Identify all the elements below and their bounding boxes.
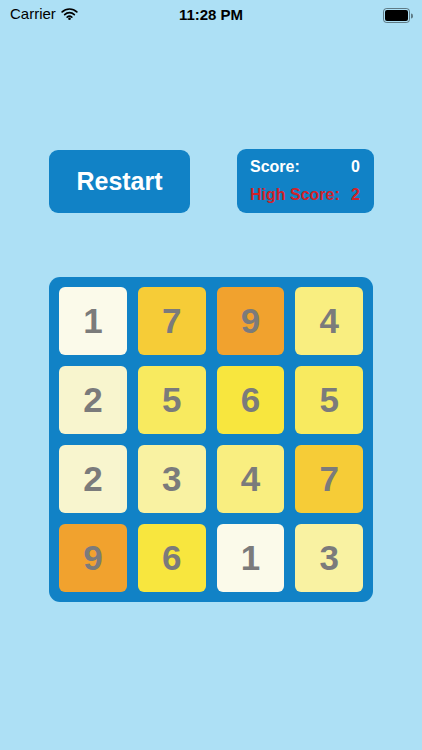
restart-button[interactable]: Restart xyxy=(49,150,190,213)
tile-r4c3: 1 xyxy=(217,524,285,592)
score-label: Score: xyxy=(250,158,300,176)
tile-r1c1: 1 xyxy=(59,287,127,355)
high-score-value: 2 xyxy=(351,186,360,204)
tile-r1c2: 7 xyxy=(138,287,206,355)
score-row: Score: 0 xyxy=(250,158,360,176)
status-time: 11:28 PM xyxy=(0,6,422,23)
tile-r4c1: 9 xyxy=(59,524,127,592)
score-value: 0 xyxy=(351,158,360,176)
score-panel: Score: 0 High Score: 2 xyxy=(237,149,374,213)
tile-r4c4: 3 xyxy=(295,524,363,592)
game-board[interactable]: 1794256523479613 xyxy=(49,277,373,602)
high-score-row: High Score: 2 xyxy=(250,186,360,204)
tile-r2c3: 6 xyxy=(217,366,285,434)
tile-r3c1: 2 xyxy=(59,445,127,513)
tile-r3c3: 4 xyxy=(217,445,285,513)
tile-r2c2: 5 xyxy=(138,366,206,434)
status-bar: Carrier 11:28 PM xyxy=(0,0,422,30)
tile-r1c4: 4 xyxy=(295,287,363,355)
high-score-label: High Score: xyxy=(250,186,340,204)
battery-icon xyxy=(383,8,410,23)
battery-nub xyxy=(411,13,414,18)
tile-r2c1: 2 xyxy=(59,366,127,434)
tile-r2c4: 5 xyxy=(295,366,363,434)
status-right xyxy=(383,8,410,23)
battery-fill xyxy=(385,10,408,21)
tile-r1c3: 9 xyxy=(217,287,285,355)
tile-r3c4: 7 xyxy=(295,445,363,513)
tile-r3c2: 3 xyxy=(138,445,206,513)
app-screen: Carrier 11:28 PM Restart Score: 0 High S… xyxy=(0,0,422,750)
tile-r4c2: 6 xyxy=(138,524,206,592)
